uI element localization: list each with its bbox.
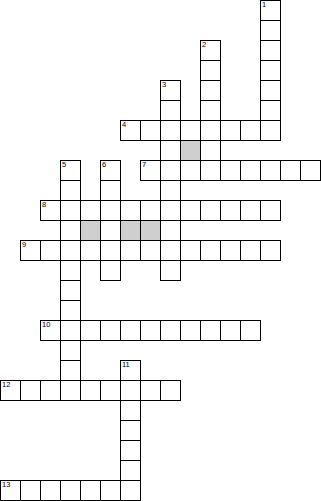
cell-r11-c8[interactable]: [160, 220, 181, 241]
cell-r6-c10[interactable]: [200, 120, 221, 141]
cell-r8-c11[interactable]: [220, 160, 241, 181]
cell-r16-c10[interactable]: [200, 320, 221, 341]
shaded-cell-r7-c9[interactable]: [180, 140, 201, 161]
cell-r12-c6[interactable]: [120, 240, 141, 261]
cell-r16-c2[interactable]: 10: [40, 320, 61, 341]
cell-r9-c3[interactable]: [60, 180, 81, 201]
cell-r8-c9[interactable]: [180, 160, 201, 181]
cell-r10-c2[interactable]: 8: [40, 200, 61, 221]
cell-r8-c15[interactable]: [300, 160, 321, 181]
cell-r16-c5[interactable]: [100, 320, 121, 341]
cell-r19-c4[interactable]: [80, 380, 101, 401]
shaded-cell-r11-c7[interactable]: [140, 220, 161, 241]
cell-r12-c8[interactable]: [160, 240, 181, 261]
cell-r5-c8[interactable]: [160, 100, 181, 121]
cell-r21-c6[interactable]: [120, 420, 141, 441]
cell-r14-c3[interactable]: [60, 280, 81, 301]
cell-r0-c13[interactable]: 1: [260, 0, 281, 21]
cell-r18-c3[interactable]: [60, 360, 81, 381]
clue-number-8: 8: [42, 201, 46, 209]
cell-r12-c13[interactable]: [260, 240, 281, 261]
cell-r16-c9[interactable]: [180, 320, 201, 341]
cell-r10-c12[interactable]: [240, 200, 261, 221]
cell-r8-c10[interactable]: [200, 160, 221, 181]
cell-r19-c2[interactable]: [40, 380, 61, 401]
cell-r24-c3[interactable]: [60, 480, 81, 501]
cell-r10-c5[interactable]: [100, 200, 121, 221]
cell-r13-c5[interactable]: [100, 260, 121, 281]
cell-r16-c8[interactable]: [160, 320, 181, 341]
cell-r24-c5[interactable]: [100, 480, 121, 501]
cell-r19-c7[interactable]: [140, 380, 161, 401]
cell-r8-c12[interactable]: [240, 160, 261, 181]
cell-r16-c12[interactable]: [240, 320, 261, 341]
cell-r10-c11[interactable]: [220, 200, 241, 221]
cell-r10-c7[interactable]: [140, 200, 161, 221]
clue-number-12: 12: [2, 381, 10, 389]
cell-r8-c7[interactable]: 7: [140, 160, 161, 181]
cell-r19-c3[interactable]: [60, 380, 81, 401]
cell-r16-c7[interactable]: [140, 320, 161, 341]
cell-r12-c11[interactable]: [220, 240, 241, 261]
cell-r6-c12[interactable]: [240, 120, 261, 141]
cell-r8-c13[interactable]: [260, 160, 281, 181]
cell-r4-c8[interactable]: 3: [160, 80, 181, 101]
cell-r12-c7[interactable]: [140, 240, 161, 261]
cell-r22-c6[interactable]: [120, 440, 141, 461]
cell-r10-c8[interactable]: [160, 200, 181, 221]
cell-r8-c5[interactable]: 6: [100, 160, 121, 181]
cell-r13-c8[interactable]: [160, 260, 181, 281]
cell-r9-c5[interactable]: [100, 180, 121, 201]
cell-r24-c4[interactable]: [80, 480, 101, 501]
clue-number-11: 11: [122, 361, 130, 369]
clue-number-5: 5: [62, 161, 66, 169]
cell-r1-c13[interactable]: [260, 20, 281, 41]
cell-r3-c13[interactable]: [260, 60, 281, 81]
cell-r12-c10[interactable]: [200, 240, 221, 261]
cell-r2-c13[interactable]: [260, 40, 281, 61]
clue-number-13: 13: [2, 481, 10, 489]
clue-number-6: 6: [102, 161, 106, 169]
cell-r9-c8[interactable]: [160, 180, 181, 201]
cell-r8-c8[interactable]: [160, 160, 181, 181]
cell-r19-c6[interactable]: [120, 380, 141, 401]
cell-r6-c7[interactable]: [140, 120, 161, 141]
cell-r5-c13[interactable]: [260, 100, 281, 121]
cell-r13-c3[interactable]: [60, 260, 81, 281]
clue-number-4: 4: [122, 121, 126, 129]
clue-number-9: 9: [22, 241, 26, 249]
cell-r10-c6[interactable]: [120, 200, 141, 221]
cell-r12-c4[interactable]: [80, 240, 101, 261]
cell-r7-c10[interactable]: [200, 140, 221, 161]
cell-r12-c5[interactable]: [100, 240, 121, 261]
cell-r12-c3[interactable]: [60, 240, 81, 261]
shaded-cell-r11-c6[interactable]: [120, 220, 141, 241]
cell-r10-c10[interactable]: [200, 200, 221, 221]
crossword-grid: 12345678910111213: [0, 0, 321, 501]
cell-r12-c9[interactable]: [180, 240, 201, 261]
cell-r6-c6[interactable]: 4: [120, 120, 141, 141]
cell-r12-c2[interactable]: [40, 240, 61, 261]
cell-r23-c6[interactable]: [120, 460, 141, 481]
cell-r6-c9[interactable]: [180, 120, 201, 141]
cell-r16-c6[interactable]: [120, 320, 141, 341]
cell-r7-c8[interactable]: [160, 140, 181, 161]
clue-number-2: 2: [202, 41, 206, 49]
cell-r19-c8[interactable]: [160, 380, 181, 401]
cell-r8-c3[interactable]: 5: [60, 160, 81, 181]
clue-number-3: 3: [162, 81, 166, 89]
cell-r6-c11[interactable]: [220, 120, 241, 141]
shaded-cell-r11-c4[interactable]: [80, 220, 101, 241]
cell-r24-c6[interactable]: [120, 480, 141, 501]
cell-r6-c13[interactable]: [260, 120, 281, 141]
cell-r15-c3[interactable]: [60, 300, 81, 321]
cell-r10-c4[interactable]: [80, 200, 101, 221]
clue-number-10: 10: [42, 321, 50, 329]
cell-r12-c12[interactable]: [240, 240, 261, 261]
cell-r8-c14[interactable]: [280, 160, 301, 181]
cell-r4-c10[interactable]: [200, 80, 221, 101]
cell-r17-c3[interactable]: [60, 340, 81, 361]
cell-r18-c6[interactable]: 11: [120, 360, 141, 381]
cell-r24-c2[interactable]: [40, 480, 61, 501]
cell-r20-c6[interactable]: [120, 400, 141, 421]
cell-r11-c3[interactable]: [60, 220, 81, 241]
clue-number-7: 7: [142, 161, 146, 169]
cell-r10-c3[interactable]: [60, 200, 81, 221]
cell-r11-c5[interactable]: [100, 220, 121, 241]
cell-r24-c1[interactable]: [20, 480, 41, 501]
cell-r12-c1[interactable]: 9: [20, 240, 41, 261]
cell-r10-c13[interactable]: [260, 200, 281, 221]
cell-r24-c0[interactable]: 13: [0, 480, 21, 501]
cell-r6-c8[interactable]: [160, 120, 181, 141]
cell-r16-c3[interactable]: [60, 320, 81, 341]
cell-r3-c10[interactable]: [200, 60, 221, 81]
clue-number-1: 1: [262, 1, 266, 9]
cell-r16-c4[interactable]: [80, 320, 101, 341]
cell-r19-c5[interactable]: [100, 380, 121, 401]
cell-r19-c1[interactable]: [20, 380, 41, 401]
cell-r4-c13[interactable]: [260, 80, 281, 101]
cell-r16-c11[interactable]: [220, 320, 241, 341]
cell-r10-c9[interactable]: [180, 200, 201, 221]
cell-r19-c0[interactable]: 12: [0, 380, 21, 401]
cell-r2-c10[interactable]: 2: [200, 40, 221, 61]
cell-r5-c10[interactable]: [200, 100, 221, 121]
